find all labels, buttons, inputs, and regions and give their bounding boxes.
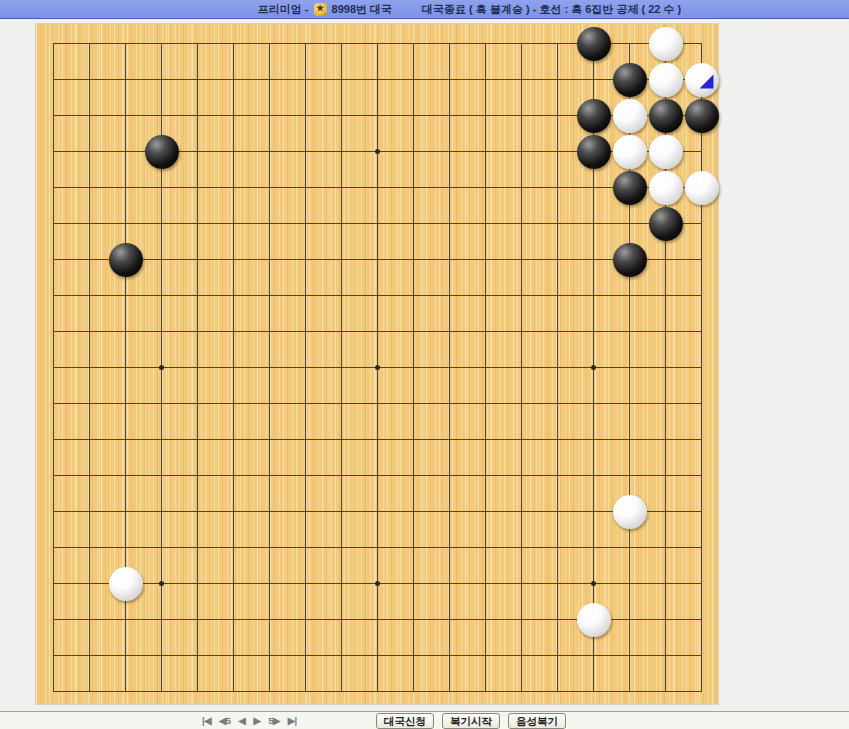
star-point — [159, 365, 164, 370]
star-point — [591, 365, 596, 370]
nav-back-1-button[interactable]: ◀ — [239, 715, 246, 726]
nav-forward-1-button[interactable]: ▶ — [253, 715, 260, 726]
voice-review-button[interactable]: 음성복기 — [508, 713, 566, 729]
rank-badge-icon — [314, 3, 327, 16]
white-stone — [649, 135, 683, 169]
black-stone — [613, 63, 647, 97]
request-game-button[interactable]: 대국신청 — [376, 713, 434, 729]
last-move-marker-icon — [700, 75, 714, 89]
start-review-button[interactable]: 복기시작 — [442, 713, 500, 729]
nav-last-move-button[interactable]: ▶| — [288, 715, 297, 726]
go-board[interactable] — [36, 24, 718, 704]
star-point — [591, 581, 596, 586]
white-stone — [649, 171, 683, 205]
title-game-number: 8998번 대국 — [332, 2, 393, 17]
black-stone — [577, 27, 611, 61]
title-bar: 프리미엄 - 8998번 대국 대국종료 ( 흑 불계승 ) - 호선 : 흑 … — [0, 0, 849, 19]
black-stone — [613, 243, 647, 277]
black-stone — [109, 243, 143, 277]
star-point — [159, 581, 164, 586]
black-stone — [577, 99, 611, 133]
white-stone — [649, 27, 683, 61]
star-point — [375, 149, 380, 154]
nav-first-move-button[interactable]: |◀ — [202, 715, 211, 726]
white-stone — [577, 603, 611, 637]
board-grid — [53, 43, 702, 692]
black-stone — [649, 99, 683, 133]
move-navigation: |◀ ◀5 ◀ ▶ 5▶ ▶| — [202, 715, 297, 726]
black-stone — [685, 99, 719, 133]
nav-back-5-button[interactable]: ◀5 — [219, 715, 231, 726]
white-stone — [649, 63, 683, 97]
white-stone — [685, 171, 719, 205]
star-point — [375, 365, 380, 370]
bottom-bar: |◀ ◀5 ◀ ▶ 5▶ ▶| 대국신청 복기시작 음성복기 — [0, 711, 849, 729]
black-stone — [649, 207, 683, 241]
white-stone — [613, 135, 647, 169]
nav-forward-5-button[interactable]: 5▶ — [268, 715, 280, 726]
black-stone — [613, 171, 647, 205]
white-stone — [613, 99, 647, 133]
star-point — [375, 581, 380, 586]
action-buttons: 대국신청 복기시작 음성복기 — [376, 713, 566, 729]
white-stone — [613, 495, 647, 529]
title-premium-label: 프리미엄 - — [258, 2, 309, 17]
white-stone — [685, 63, 719, 97]
black-stone — [145, 135, 179, 169]
title-game-status: 대국종료 ( 흑 불계승 ) - 호선 : 흑 6집반 공제 ( 22 수 ) — [422, 2, 681, 17]
black-stone — [577, 135, 611, 169]
white-stone — [109, 567, 143, 601]
